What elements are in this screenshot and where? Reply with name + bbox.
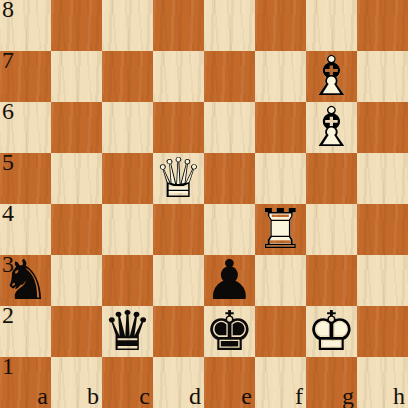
file-label-g: g [342,384,354,408]
square-c8[interactable] [102,0,153,51]
file-label-e: e [241,384,252,408]
square-f1[interactable]: f [255,357,306,408]
square-b7[interactable] [51,51,102,102]
king-outline-glyph: ♔ [306,306,357,357]
square-b6[interactable] [51,102,102,153]
square-h2[interactable] [357,306,408,357]
white-bishop-g6[interactable]: ♝♗ [306,102,357,153]
square-h6[interactable] [357,102,408,153]
square-e7[interactable] [204,51,255,102]
square-a5[interactable]: 5 [0,153,51,204]
square-b3[interactable] [51,255,102,306]
square-c6[interactable] [102,102,153,153]
square-c5[interactable] [102,153,153,204]
square-f2[interactable] [255,306,306,357]
square-a2[interactable]: 2 [0,306,51,357]
square-a6[interactable]: 6 [0,102,51,153]
square-d1[interactable]: d [153,357,204,408]
square-e8[interactable] [204,0,255,51]
square-f8[interactable] [255,0,306,51]
square-a1[interactable]: 1a [0,357,51,408]
square-b8[interactable] [51,0,102,51]
queen-outline-glyph: ♕ [153,153,204,204]
square-g1[interactable]: g [306,357,357,408]
square-d4[interactable] [153,204,204,255]
knight-glyph: ♞ [0,255,51,306]
square-h7[interactable] [357,51,408,102]
square-f4[interactable]: ♜♖ [255,204,306,255]
chessboard-wrapper: 87♝♗6♝♗5♛♕4♜♖3♞♟2♛♚♚♔1abcdefgh [0,0,408,408]
square-h1[interactable]: h [357,357,408,408]
square-a3[interactable]: 3♞ [0,255,51,306]
square-h5[interactable] [357,153,408,204]
file-label-h: h [393,384,405,408]
chessboard: 87♝♗6♝♗5♛♕4♜♖3♞♟2♛♚♚♔1abcdefgh [0,0,408,408]
rank-label-1: 1 [2,354,14,378]
file-label-f: f [295,384,303,408]
king-glyph: ♚ [204,306,255,357]
square-b2[interactable] [51,306,102,357]
black-king-e2[interactable]: ♚ [204,306,255,357]
square-d5[interactable]: ♛♕ [153,153,204,204]
square-b1[interactable]: b [51,357,102,408]
square-f6[interactable] [255,102,306,153]
square-h4[interactable] [357,204,408,255]
rook-outline-glyph: ♖ [255,204,306,255]
rank-label-7: 7 [2,48,14,72]
rank-label-5: 5 [2,150,14,174]
queen-glyph: ♛ [102,306,153,357]
square-g6[interactable]: ♝♗ [306,102,357,153]
square-c7[interactable] [102,51,153,102]
square-c4[interactable] [102,204,153,255]
square-d3[interactable] [153,255,204,306]
square-c2[interactable]: ♛ [102,306,153,357]
square-b4[interactable] [51,204,102,255]
white-queen-d5[interactable]: ♛♕ [153,153,204,204]
white-rook-f4[interactable]: ♜♖ [255,204,306,255]
square-d7[interactable] [153,51,204,102]
square-g4[interactable] [306,204,357,255]
black-knight-a3[interactable]: ♞ [0,255,51,306]
square-e5[interactable] [204,153,255,204]
square-a8[interactable]: 8 [0,0,51,51]
black-queen-c2[interactable]: ♛ [102,306,153,357]
rank-label-6: 6 [2,99,14,123]
square-c1[interactable]: c [102,357,153,408]
square-a7[interactable]: 7 [0,51,51,102]
square-f7[interactable] [255,51,306,102]
rank-label-8: 8 [2,0,14,21]
square-g5[interactable] [306,153,357,204]
square-e2[interactable]: ♚ [204,306,255,357]
square-g2[interactable]: ♚♔ [306,306,357,357]
file-label-b: b [87,384,99,408]
file-label-a: a [37,384,48,408]
square-b5[interactable] [51,153,102,204]
file-label-c: c [139,384,150,408]
bishop-outline-glyph: ♗ [306,102,357,153]
square-f3[interactable] [255,255,306,306]
square-h8[interactable] [357,0,408,51]
square-e1[interactable]: e [204,357,255,408]
rank-label-4: 4 [2,201,14,225]
square-d8[interactable] [153,0,204,51]
file-label-d: d [189,384,201,408]
square-e6[interactable] [204,102,255,153]
square-h3[interactable] [357,255,408,306]
white-king-g2[interactable]: ♚♔ [306,306,357,357]
square-d2[interactable] [153,306,204,357]
